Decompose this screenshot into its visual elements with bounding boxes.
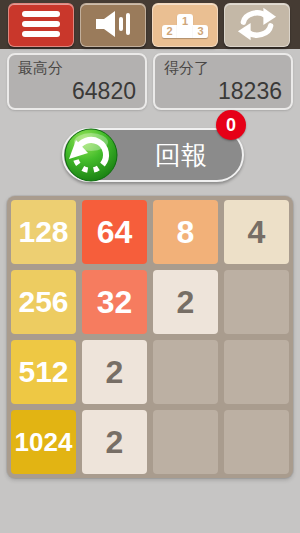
notification-badge: 0: [216, 110, 246, 140]
current-score-box: 得分了 18236: [153, 53, 293, 110]
score-panel: 最高分 64820 得分了 18236: [7, 53, 293, 110]
tile-2: 2: [82, 340, 147, 404]
tile-64: 64: [82, 200, 147, 264]
leaderboard-button[interactable]: 2 1 3: [152, 3, 218, 47]
tile-512: 512: [11, 340, 76, 404]
empty-cell: [224, 410, 289, 474]
report-button[interactable]: 回報 0: [62, 128, 244, 182]
empty-cell: [224, 270, 289, 334]
best-score-value: 64820: [72, 78, 136, 105]
undo-icon: [63, 127, 119, 183]
restart-button[interactable]: [224, 3, 290, 47]
menu-button[interactable]: [8, 3, 74, 47]
podium-third: 3: [193, 25, 208, 38]
tile-32: 32: [82, 270, 147, 334]
sound-button[interactable]: [80, 3, 146, 47]
podium-icon: 2 1 3: [162, 13, 208, 38]
current-score-label: 得分了: [164, 59, 282, 78]
tile-2: 2: [153, 270, 218, 334]
tile-8: 8: [153, 200, 218, 264]
hamburger-icon: [22, 11, 60, 40]
empty-cell: [224, 340, 289, 404]
refresh-icon: [234, 4, 280, 47]
podium-first: 1: [177, 14, 193, 38]
current-score-value: 18236: [218, 78, 282, 105]
tile-128: 128: [11, 200, 76, 264]
tile-2: 2: [82, 410, 147, 474]
empty-cell: [153, 410, 218, 474]
best-score-box: 最高分 64820: [7, 53, 147, 110]
app-screen: 2 1 3 最高分 64820 得分了 18236: [0, 0, 300, 533]
toolbar: 2 1 3: [0, 0, 300, 49]
podium-second: 2: [162, 25, 177, 38]
best-score-label: 最高分: [18, 59, 136, 78]
empty-cell: [153, 340, 218, 404]
tile-1024: 1024: [11, 410, 76, 474]
tile-4: 4: [224, 200, 289, 264]
speaker-icon: [94, 9, 132, 42]
tile-256: 256: [11, 270, 76, 334]
game-board[interactable]: 1286484256322512210242: [7, 196, 293, 478]
